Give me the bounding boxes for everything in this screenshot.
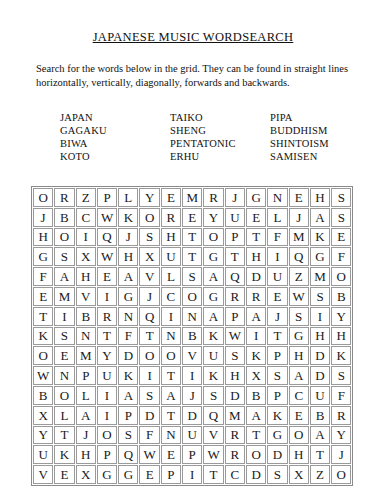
- grid-cell: V: [139, 267, 159, 286]
- grid-cell: X: [139, 247, 159, 266]
- grid-cell: F: [267, 228, 287, 247]
- grid-cell: D: [246, 267, 266, 286]
- grid-cell: Z: [76, 188, 96, 207]
- grid-cell: F: [331, 247, 351, 266]
- grid-cell: Z: [310, 465, 330, 484]
- grid-cell: P: [161, 465, 181, 484]
- grid-cell: P: [182, 445, 202, 464]
- grid-cell: T: [267, 327, 287, 346]
- grid-cell: D: [182, 406, 202, 425]
- grid-cell: N: [161, 426, 181, 445]
- grid-cell: I: [97, 287, 117, 306]
- grid-cell: H: [161, 228, 181, 247]
- word-item: PIPA: [270, 111, 360, 124]
- grid-cell: P: [118, 406, 138, 425]
- word-item: PENTATONIC: [170, 137, 270, 150]
- grid-cell: T: [33, 307, 53, 326]
- grid-cell: E: [161, 188, 181, 207]
- grid-cell: G: [97, 465, 117, 484]
- grid-cell: W: [139, 445, 159, 464]
- grid-cell: R: [331, 406, 351, 425]
- grid-cell: I: [97, 406, 117, 425]
- grid-cell: M: [76, 346, 96, 365]
- grid-cell: N: [182, 307, 202, 326]
- grid-cell: H: [118, 247, 138, 266]
- grid-cell: B: [246, 386, 266, 405]
- grid-cell: P: [97, 445, 117, 464]
- grid-cell: Q: [97, 228, 117, 247]
- grid-cell: A: [246, 307, 266, 326]
- grid-cell: H: [310, 327, 330, 346]
- grid-cell: X: [33, 406, 53, 425]
- grid-cell: Q: [139, 307, 159, 326]
- grid-cell: H: [246, 247, 266, 266]
- grid-cell: U: [310, 386, 330, 405]
- grid-cell: B: [54, 208, 74, 227]
- grid-cell: I: [310, 307, 330, 326]
- grid-cell: F: [139, 426, 159, 445]
- grid-cell: V: [203, 426, 223, 445]
- word-item: BUDDHISM: [270, 124, 360, 137]
- grid-cell: D: [225, 386, 245, 405]
- word-item: ERHU: [170, 150, 270, 163]
- grid-cell: W: [97, 247, 117, 266]
- grid-cell: H: [76, 445, 96, 464]
- grid-cell: U: [97, 366, 117, 385]
- grid-cell: S: [203, 386, 223, 405]
- word-list-column-3: PIPABUDDHISMSHINTOISMSAMISEN: [270, 111, 360, 163]
- grid-cell: L: [161, 267, 181, 286]
- grid-cell: R: [225, 445, 245, 464]
- grid-cell: H: [225, 366, 245, 385]
- grid-cell: T: [246, 426, 266, 445]
- grid-cell: R: [97, 307, 117, 326]
- grid-cell: Y: [331, 426, 351, 445]
- grid-cell: M: [310, 267, 330, 286]
- word-item: BIWA: [60, 137, 170, 150]
- grid-cell: H: [331, 327, 351, 346]
- grid-cell: A: [54, 267, 74, 286]
- grid-cell: E: [139, 465, 159, 484]
- grid-cell: G: [33, 247, 53, 266]
- grid-cell: T: [97, 327, 117, 346]
- grid-cell: M: [54, 287, 74, 306]
- grid-cell: R: [54, 188, 74, 207]
- grid-cell: D: [267, 445, 287, 464]
- page-title: JAPANESE MUSIC WORDSEARCH: [0, 30, 386, 45]
- grid-cell: T: [246, 228, 266, 247]
- grid-cell: B: [331, 287, 351, 306]
- grid-cell: S: [331, 188, 351, 207]
- grid-cell: L: [267, 208, 287, 227]
- grid-cell: W: [203, 445, 223, 464]
- grid-cell: X: [76, 465, 96, 484]
- grid-cell: J: [76, 426, 96, 445]
- grid-cell: Q: [203, 406, 223, 425]
- grid-cell: I: [246, 327, 266, 346]
- grid-cell: V: [33, 465, 53, 484]
- grid-cell: Q: [118, 445, 138, 464]
- grid-cell: G: [203, 247, 223, 266]
- grid-cell: K: [203, 327, 223, 346]
- grid-cell: V: [182, 346, 202, 365]
- grid-cell: M: [225, 406, 245, 425]
- grid-cell: H: [289, 445, 309, 464]
- grid-cell: L: [54, 406, 74, 425]
- grid-cell: K: [267, 406, 287, 425]
- grid-cell: S: [118, 426, 138, 445]
- word-item: GAGAKU: [60, 124, 170, 137]
- grid-cell: I: [267, 247, 287, 266]
- grid-cell: E: [33, 287, 53, 306]
- grid-cell: G: [267, 426, 287, 445]
- grid-cell: P: [97, 188, 117, 207]
- grid-cell: C: [225, 465, 245, 484]
- grid-cell: A: [118, 267, 138, 286]
- grid-cell: U: [203, 346, 223, 365]
- grid-cell: X: [246, 366, 266, 385]
- grid-cell: S: [267, 366, 287, 385]
- grid-cell: A: [246, 406, 266, 425]
- grid-cell: A: [310, 208, 330, 227]
- grid-cell: D: [118, 346, 138, 365]
- word-item: SHINTOISM: [270, 137, 360, 150]
- grid-cell: X: [76, 247, 96, 266]
- grid-cell: J: [118, 228, 138, 247]
- grid-cell: I: [161, 307, 181, 326]
- grid-cell: I: [54, 307, 74, 326]
- grid-cell: K: [310, 228, 330, 247]
- grid-cell: J: [289, 208, 309, 227]
- grid-cell: R: [161, 208, 181, 227]
- grid-cell: V: [76, 287, 96, 306]
- grid-cell: O: [54, 228, 74, 247]
- grid-cell: H: [310, 188, 330, 207]
- grid-cell: T: [161, 406, 181, 425]
- grid-cell: O: [331, 267, 351, 286]
- grid-cell: I: [97, 386, 117, 405]
- grid-cell: U: [267, 267, 287, 286]
- grid-cell: L: [118, 188, 138, 207]
- word-item: TAIKO: [170, 111, 270, 124]
- grid-cell: K: [118, 366, 138, 385]
- grid-cell: J: [225, 188, 245, 207]
- grid-cell: R: [246, 287, 266, 306]
- grid-cell: N: [118, 307, 138, 326]
- grid-cell: F: [33, 267, 53, 286]
- grid-cell: T: [139, 327, 159, 346]
- grid-cell: K: [118, 208, 138, 227]
- grid-cell: D: [310, 366, 330, 385]
- grid-cell: S: [289, 307, 309, 326]
- grid-cell: S: [267, 465, 287, 484]
- grid-cell: B: [182, 327, 202, 346]
- grid-cell: E: [97, 267, 117, 286]
- grid-cell: A: [118, 386, 138, 405]
- grid-cell: R: [225, 287, 245, 306]
- grid-cell: H: [33, 228, 53, 247]
- grid-cell: O: [246, 445, 266, 464]
- grid-cell: P: [225, 307, 245, 326]
- worksheet-page: JAPANESE MUSIC WORDSEARCH Search for the…: [0, 0, 386, 500]
- grid-cell: W: [289, 287, 309, 306]
- grid-cell: E: [161, 445, 181, 464]
- grid-cell: G: [246, 188, 266, 207]
- grid-cell: K: [203, 366, 223, 385]
- grid-cell: O: [33, 346, 53, 365]
- grid-cell: Z: [289, 267, 309, 286]
- grid-cell: T: [161, 366, 181, 385]
- grid-cell: A: [76, 406, 96, 425]
- word-item: JAPAN: [60, 111, 170, 124]
- grid-cell: W: [225, 327, 245, 346]
- word-list: JAPANGAGAKUBIWAKOTO TAIKOSHENGPENTATONIC…: [60, 111, 360, 163]
- grid-cell: J: [267, 307, 287, 326]
- grid-cell: U: [225, 208, 245, 227]
- word-item: SAMISEN: [270, 150, 360, 163]
- grid-cell: O: [139, 208, 159, 227]
- grid-cell: G: [118, 465, 138, 484]
- grid-cell: Q: [289, 247, 309, 266]
- grid-cell: S: [139, 386, 159, 405]
- grid-cell: O: [97, 426, 117, 445]
- word-item: SHENG: [170, 124, 270, 137]
- grid-cell: S: [310, 287, 330, 306]
- grid-cell: I: [139, 366, 159, 385]
- grid-cell: E: [289, 406, 309, 425]
- grid-cell: A: [289, 366, 309, 385]
- wordsearch-grid-container: ORZPLYEMRJGNEHSJBCWKOREYUELJASHOIQJSHTOP…: [31, 186, 353, 486]
- grid-cell: P: [76, 366, 96, 385]
- grid-cell: S: [225, 346, 245, 365]
- grid-cell: Y: [139, 188, 159, 207]
- grid-cell: A: [203, 267, 223, 286]
- grid-cell: E: [289, 188, 309, 207]
- grid-cell: S: [139, 228, 159, 247]
- grid-cell: C: [289, 386, 309, 405]
- grid-cell: P: [267, 346, 287, 365]
- grid-cell: O: [139, 346, 159, 365]
- grid-cell: O: [54, 386, 74, 405]
- grid-cell: T: [310, 445, 330, 464]
- grid-cell: N: [76, 327, 96, 346]
- grid-cell: N: [161, 327, 181, 346]
- grid-cell: E: [246, 208, 266, 227]
- grid-cell: P: [267, 386, 287, 405]
- grid-cell: J: [182, 386, 202, 405]
- grid-cell: Y: [203, 208, 223, 227]
- grid-cell: D: [139, 406, 159, 425]
- grid-cell: E: [267, 287, 287, 306]
- grid-cell: G: [203, 287, 223, 306]
- grid-cell: O: [289, 426, 309, 445]
- grid-cell: T: [203, 465, 223, 484]
- grid-cell: N: [54, 366, 74, 385]
- grid-cell: G: [289, 327, 309, 346]
- grid-cell: D: [246, 465, 266, 484]
- grid-cell: O: [203, 228, 223, 247]
- grid-cell: Y: [331, 307, 351, 326]
- grid-cell: T: [182, 228, 202, 247]
- grid-cell: I: [76, 228, 96, 247]
- grid-cell: D: [310, 346, 330, 365]
- grid-cell: J: [331, 445, 351, 464]
- word-list-column-1: JAPANGAGAKUBIWAKOTO: [60, 111, 170, 163]
- grid-cell: Y: [97, 346, 117, 365]
- grid-cell: K: [54, 445, 74, 464]
- grid-cell: A: [310, 426, 330, 445]
- grid-cell: T: [182, 247, 202, 266]
- grid-cell: P: [225, 228, 245, 247]
- instructions-text: Search for the words below in the grid. …: [36, 62, 354, 90]
- grid-cell: I: [182, 366, 202, 385]
- grid-cell: X: [289, 465, 309, 484]
- grid-cell: S: [331, 366, 351, 385]
- grid-cell: A: [161, 386, 181, 405]
- grid-cell: T: [54, 426, 74, 445]
- grid-cell: H: [289, 346, 309, 365]
- grid-cell: B: [310, 406, 330, 425]
- grid-cell: H: [76, 267, 96, 286]
- grid-cell: R: [203, 188, 223, 207]
- word-list-column-2: TAIKOSHENGPENTATONICERHU: [170, 111, 270, 163]
- grid-cell: W: [33, 366, 53, 385]
- grid-cell: G: [118, 287, 138, 306]
- grid-cell: E: [54, 346, 74, 365]
- grid-cell: U: [33, 445, 53, 464]
- grid-cell: O: [33, 188, 53, 207]
- grid-cell: L: [76, 386, 96, 405]
- grid-cell: E: [331, 228, 351, 247]
- grid-cell: U: [182, 426, 202, 445]
- grid-cell: Q: [225, 267, 245, 286]
- grid-cell: K: [246, 346, 266, 365]
- grid-cell: E: [182, 208, 202, 227]
- grid-cell: I: [182, 465, 202, 484]
- grid-cell: B: [33, 386, 53, 405]
- grid-cell: W: [97, 208, 117, 227]
- grid-cell: B: [76, 307, 96, 326]
- grid-cell: K: [33, 327, 53, 346]
- grid-cell: S: [54, 327, 74, 346]
- grid-cell: S: [182, 267, 202, 286]
- grid-cell: J: [33, 208, 53, 227]
- grid-cell: T: [225, 247, 245, 266]
- grid-cell: E: [54, 465, 74, 484]
- grid-cell: F: [331, 386, 351, 405]
- grid-cell: O: [161, 346, 181, 365]
- grid-cell: S: [331, 208, 351, 227]
- grid-cell: N: [267, 188, 287, 207]
- grid-cell: O: [182, 287, 202, 306]
- grid-cell: R: [225, 426, 245, 445]
- grid-cell: K: [331, 346, 351, 365]
- word-item: KOTO: [60, 150, 170, 163]
- grid-cell: M: [182, 188, 202, 207]
- grid-cell: M: [289, 228, 309, 247]
- grid-cell: A: [203, 307, 223, 326]
- grid-cell: C: [76, 208, 96, 227]
- grid-cell: J: [139, 287, 159, 306]
- grid-cell: Y: [33, 426, 53, 445]
- grid-cell: F: [118, 327, 138, 346]
- wordsearch-grid: ORZPLYEMRJGNEHSJBCWKOREYUELJASHOIQJSHTOP…: [31, 186, 353, 486]
- grid-cell: U: [161, 247, 181, 266]
- grid-cell: C: [161, 287, 181, 306]
- grid-cell: S: [54, 247, 74, 266]
- grid-cell: G: [310, 247, 330, 266]
- grid-cell: O: [331, 465, 351, 484]
